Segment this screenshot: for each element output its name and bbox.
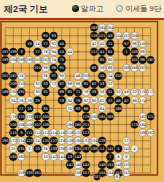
- black-stone[interactable]: 207: [1, 72, 9, 80]
- white-stone[interactable]: 130: [74, 137, 82, 145]
- move-number: 46: [76, 74, 81, 78]
- white-stone[interactable]: 68: [131, 97, 139, 105]
- move-number: 42: [92, 42, 97, 46]
- white-stone[interactable]: 176: [10, 113, 18, 121]
- white-stone[interactable]: 120: [74, 129, 82, 137]
- white-stone[interactable]: 128: [66, 137, 74, 145]
- white-stone[interactable]: 30: [34, 88, 42, 96]
- white-stone[interactable]: 40: [98, 40, 106, 48]
- black-stone[interactable]: 51: [106, 88, 114, 96]
- black-stone[interactable]: 203: [115, 72, 123, 80]
- black-stone[interactable]: 129: [98, 137, 106, 145]
- black-stone[interactable]: 189: [1, 88, 9, 96]
- white-stone[interactable]: 80: [90, 97, 98, 105]
- white-stone[interactable]: 110: [34, 129, 42, 137]
- move-number: 13: [68, 155, 73, 159]
- black-stone[interactable]: 75: [58, 56, 65, 64]
- move-number: 136: [58, 147, 66, 151]
- move-number: 78: [84, 90, 89, 94]
- black-stone[interactable]: 175: [18, 113, 26, 121]
- black-stone[interactable]: 47: [123, 97, 130, 105]
- white-stone[interactable]: 100: [139, 40, 147, 48]
- move-number: 28: [27, 99, 32, 103]
- white-stone[interactable]: 74: [50, 56, 58, 64]
- black-stone[interactable]: 69: [82, 105, 90, 113]
- move-number: 15: [59, 50, 64, 54]
- move-number: 139: [91, 147, 99, 151]
- black-stone[interactable]: 147: [66, 161, 74, 169]
- go-board[interactable]: 1234567891011121314151617181920212223242…: [0, 20, 164, 182]
- white-stone[interactable]: 168: [123, 64, 131, 72]
- move-number: 210: [18, 82, 26, 86]
- black-stone[interactable]: 87: [58, 80, 65, 88]
- white-stone[interactable]: 90: [58, 72, 65, 80]
- move-number: 121: [99, 34, 106, 38]
- black-stone[interactable]: 43: [106, 32, 114, 40]
- move-number: 141: [107, 147, 114, 151]
- white-stone[interactable]: 182: [139, 113, 147, 121]
- move-number: 149: [99, 163, 107, 167]
- move-number: 30: [35, 90, 40, 94]
- white-stone[interactable]: 124: [18, 137, 26, 145]
- move-number: 206: [131, 34, 139, 38]
- white-stone[interactable]: 182: [114, 174, 121, 180]
- move-number: 148: [115, 163, 123, 167]
- move-number: 72: [51, 82, 56, 86]
- black-stone[interactable]: 199: [10, 48, 18, 56]
- white-stone[interactable]: 94: [50, 48, 58, 56]
- black-stone[interactable]: 79: [74, 97, 82, 105]
- move-number: 92: [51, 42, 56, 46]
- white-stone[interactable]: 164: [98, 24, 106, 32]
- white-stone[interactable]: 106: [18, 121, 26, 129]
- move-number: 177: [34, 115, 41, 119]
- move-number: 200: [34, 58, 42, 62]
- white-stone[interactable]: 104: [115, 32, 123, 40]
- black-stone[interactable]: 1: [123, 48, 130, 56]
- white-stone[interactable]: 58: [98, 64, 106, 72]
- black-stone[interactable]: 7: [106, 153, 114, 161]
- black-stone[interactable]: 119: [90, 32, 98, 40]
- kifu-header: 제2국 기보 알파고 이세돌 9단: [0, 0, 164, 18]
- white-stone[interactable]: 148: [115, 161, 123, 169]
- white-stone[interactable]: 162: [139, 64, 147, 72]
- black-stone[interactable]: 39: [50, 64, 58, 72]
- black-stone[interactable]: 127: [50, 137, 58, 145]
- black-stone[interactable]: 121: [98, 32, 106, 40]
- black-stone[interactable]: 133: [50, 145, 58, 153]
- black-stone[interactable]: 67: [90, 80, 98, 88]
- white-stone[interactable]: 138: [66, 145, 74, 153]
- white-stone[interactable]: 202: [42, 56, 50, 64]
- white-stone[interactable]: 174: [139, 97, 147, 105]
- white-stone[interactable]: 132: [82, 137, 90, 145]
- white-stone[interactable]: 198: [26, 56, 34, 64]
- black-stone[interactable]: 123: [26, 137, 34, 145]
- black-stone[interactable]: 73: [58, 97, 65, 105]
- black-stone[interactable]: 187: [10, 72, 17, 80]
- move-number: 133: [50, 147, 57, 151]
- move-number: 170: [139, 90, 147, 94]
- black-stone[interactable]: 65: [98, 56, 106, 64]
- black-stone[interactable]: 93: [50, 32, 58, 40]
- white-stone[interactable]: 46: [74, 72, 82, 80]
- move-number: 7: [109, 155, 111, 159]
- white-stone[interactable]: 24: [34, 137, 42, 145]
- white-stone[interactable]: 188: [139, 129, 147, 137]
- move-number: 18: [19, 99, 24, 103]
- white-stone[interactable]: 122: [10, 137, 17, 145]
- white-stone[interactable]: 60: [106, 56, 114, 64]
- black-stone[interactable]: 125: [42, 137, 50, 145]
- move-number: 37: [51, 74, 56, 78]
- move-number: 183: [107, 115, 114, 119]
- black-stone[interactable]: 77: [42, 40, 50, 48]
- white-stone[interactable]: 2: [26, 145, 34, 153]
- move-number: 29: [35, 99, 40, 103]
- black-stone[interactable]: 163: [90, 24, 98, 32]
- black-stone[interactable]: 183: [106, 113, 114, 121]
- white-stone[interactable]: 66: [106, 64, 114, 72]
- move-number: 174: [139, 99, 147, 103]
- black-stone[interactable]: 53: [98, 80, 106, 88]
- move-number: 185: [74, 123, 81, 127]
- move-number: 192: [147, 131, 154, 135]
- black-stone[interactable]: 193: [1, 56, 9, 64]
- white-stone[interactable]: 86: [74, 80, 82, 88]
- white-stone[interactable]: 10: [42, 153, 50, 161]
- white-stone[interactable]: 88: [66, 80, 74, 88]
- move-number: 101: [131, 58, 138, 62]
- black-stone[interactable]: 195: [1, 137, 9, 145]
- black-stone[interactable]: 59: [90, 88, 98, 96]
- move-number: 79: [76, 99, 81, 103]
- white-stone[interactable]: 134: [90, 137, 98, 145]
- white-stone[interactable]: 56: [98, 88, 106, 96]
- black-stone[interactable]: 105: [10, 121, 17, 129]
- white-stone[interactable]: 150: [123, 161, 131, 169]
- move-number: 16: [19, 74, 24, 78]
- move-number: 44: [68, 50, 73, 54]
- white-stone[interactable]: 48: [123, 88, 130, 96]
- white-stone[interactable]: 208: [82, 72, 90, 80]
- white-stone[interactable]: 34: [10, 97, 17, 105]
- move-number: 128: [66, 139, 74, 143]
- white-stone[interactable]: 126: [58, 137, 66, 145]
- white-stone[interactable]: 20: [10, 145, 17, 153]
- black-stone[interactable]: 63: [90, 64, 98, 72]
- black-stone[interactable]: 95: [42, 32, 50, 40]
- move-number: 41: [100, 50, 105, 54]
- white-stone[interactable]: 8: [123, 153, 130, 161]
- white-stone[interactable]: 52: [106, 80, 114, 88]
- white-stone[interactable]: 42: [90, 40, 98, 48]
- white-stone[interactable]: 102: [123, 32, 130, 40]
- white-stone[interactable]: 204: [106, 24, 114, 32]
- white-stone[interactable]: 72: [50, 80, 58, 88]
- black-stone[interactable]: 103: [131, 48, 139, 56]
- black-stone[interactable]: 191: [18, 88, 26, 96]
- black-stone[interactable]: 205: [42, 113, 50, 121]
- white-stone[interactable]: 166: [131, 64, 139, 72]
- black-stone[interactable]: 25: [26, 105, 34, 113]
- black-stone[interactable]: 171: [147, 113, 155, 121]
- move-number: 59: [92, 90, 97, 94]
- move-number: 176: [10, 115, 18, 119]
- black-stone[interactable]: 111: [26, 129, 34, 137]
- white-stone[interactable]: 108: [26, 121, 34, 129]
- black-stone[interactable]: 209: [10, 80, 18, 88]
- white-stone[interactable]: 4: [131, 145, 139, 153]
- move-number: 53: [100, 82, 105, 86]
- black-stone[interactable]: 37: [50, 72, 58, 80]
- move-number: 57: [108, 99, 113, 103]
- black-stone[interactable]: 109: [42, 121, 50, 129]
- white-stone[interactable]: 116: [58, 129, 66, 137]
- black-stone[interactable]: 19: [26, 40, 34, 48]
- move-number: 124: [18, 139, 26, 143]
- move-number: 125: [42, 139, 49, 143]
- black-stone[interactable]: 157: [82, 169, 90, 177]
- move-number: 111: [26, 131, 33, 135]
- black-stone[interactable]: 181: [98, 113, 106, 121]
- black-player-name: 알파고: [81, 4, 104, 13]
- white-stone[interactable]: 26: [42, 145, 50, 153]
- move-number: 91: [59, 66, 64, 70]
- black-stone[interactable]: 61: [106, 48, 114, 56]
- black-stone[interactable]: 3: [18, 48, 26, 56]
- black-stone[interactable]: 207: [94, 174, 101, 180]
- move-number: 171: [147, 115, 154, 119]
- black-stone[interactable]: 197: [1, 48, 9, 56]
- white-stone[interactable]: 78: [82, 88, 90, 96]
- white-stone[interactable]: 210: [18, 80, 26, 88]
- black-stone[interactable]: 141: [106, 145, 114, 153]
- white-stone[interactable]: 170: [139, 88, 147, 96]
- move-number: 88: [68, 82, 73, 86]
- white-stone[interactable]: 54: [106, 72, 114, 80]
- white-stone[interactable]: 160: [18, 153, 26, 161]
- black-stone[interactable]: 27: [18, 105, 26, 113]
- black-stone[interactable]: 71: [74, 88, 82, 96]
- black-stone[interactable]: 13: [66, 153, 74, 161]
- black-stone[interactable]: 15: [58, 48, 65, 56]
- move-number: 71: [76, 90, 81, 94]
- white-stone[interactable]: 178: [26, 113, 34, 121]
- white-stone[interactable]: 140: [123, 145, 131, 153]
- move-number: 207: [94, 175, 101, 179]
- white-stone[interactable]: 112: [42, 129, 50, 137]
- black-stone[interactable]: 177: [34, 113, 42, 121]
- black-stone[interactable]: 45: [58, 40, 65, 48]
- move-number: 137: [83, 147, 90, 151]
- white-stone[interactable]: 194: [10, 56, 18, 64]
- black-stone[interactable]: 145: [82, 161, 90, 169]
- white-stone[interactable]: 6: [115, 153, 123, 161]
- white-stone[interactable]: 76: [42, 48, 50, 56]
- move-number: 47: [124, 99, 129, 103]
- white-stone[interactable]: 36: [42, 72, 50, 80]
- move-number: 187: [10, 74, 17, 78]
- black-stone[interactable]: 55: [98, 72, 106, 80]
- black-stone[interactable]: 31: [42, 88, 50, 96]
- move-number: 95: [43, 34, 48, 38]
- white-stone[interactable]: 22: [131, 88, 139, 96]
- black-stone[interactable]: 5: [115, 145, 123, 153]
- white-stone[interactable]: 114: [50, 129, 58, 137]
- black-stone[interactable]: 107: [34, 121, 42, 129]
- black-stone[interactable]: 167: [147, 56, 155, 64]
- white-stone[interactable]: 136: [58, 145, 66, 153]
- move-number: 167: [147, 58, 154, 62]
- black-stone[interactable]: 211: [82, 121, 90, 129]
- white-stone[interactable]: 206: [131, 32, 139, 40]
- move-number: 130: [74, 139, 82, 143]
- white-stone[interactable]: 142: [50, 153, 58, 161]
- black-stone[interactable]: 179: [82, 113, 90, 121]
- black-stone[interactable]: 17: [34, 48, 42, 56]
- black-stone[interactable]: 91: [58, 64, 65, 72]
- white-stone[interactable]: 200: [34, 56, 42, 64]
- white-stone[interactable]: 146: [74, 161, 82, 169]
- white-stone[interactable]: 96: [131, 40, 139, 48]
- move-number: 17: [35, 50, 40, 54]
- black-stone[interactable]: 143: [74, 153, 82, 161]
- move-number: 158: [18, 171, 26, 175]
- white-stone[interactable]: 12: [123, 137, 130, 145]
- move-number: 3: [20, 50, 22, 54]
- black-stone[interactable]: 135: [74, 145, 82, 153]
- black-stone[interactable]: 85: [66, 88, 74, 96]
- move-number: 197: [2, 50, 9, 54]
- black-stone[interactable]: 21: [106, 40, 114, 48]
- black-stone[interactable]: 115: [10, 129, 17, 137]
- white-stone[interactable]: 44: [66, 48, 74, 56]
- black-stone[interactable]: 131: [18, 145, 26, 153]
- white-stone[interactable]: 70: [66, 105, 74, 113]
- black-stone[interactable]: 89: [58, 88, 65, 96]
- white-stone[interactable]: 192: [147, 129, 155, 137]
- white-stone[interactable]: 28: [26, 97, 34, 105]
- move-number: 116: [58, 131, 66, 135]
- move-number: 39: [51, 66, 56, 70]
- white-stone[interactable]: 98: [139, 48, 147, 56]
- white-stone[interactable]: 186: [66, 121, 74, 129]
- black-stone[interactable]: 57: [106, 97, 114, 105]
- white-stone[interactable]: 180: [90, 113, 98, 121]
- black-stone[interactable]: 83: [74, 105, 82, 113]
- white-stone[interactable]: 144: [58, 153, 66, 161]
- move-number: 96: [132, 42, 137, 46]
- black-stone[interactable]: 81: [82, 80, 90, 88]
- move-number: 82: [84, 99, 89, 103]
- white-stone[interactable]: 64: [98, 105, 106, 113]
- kifu-title: 제2국 기보: [4, 3, 48, 16]
- white-stone[interactable]: 18: [18, 97, 26, 105]
- black-stone[interactable]: 29: [34, 97, 42, 105]
- black-stone[interactable]: 41: [98, 48, 106, 56]
- black-stone[interactable]: 151: [106, 161, 114, 169]
- black-stone[interactable]: 101: [131, 56, 139, 64]
- white-stone[interactable]: 16: [18, 72, 26, 80]
- black-stone[interactable]: 33: [42, 80, 50, 88]
- move-number: 35: [43, 107, 48, 111]
- black-stone[interactable]: 35: [42, 105, 50, 113]
- white-stone[interactable]: 82: [82, 97, 90, 105]
- white-stone[interactable]: 62: [98, 97, 106, 105]
- move-number: 106: [18, 123, 26, 127]
- black-stone[interactable]: 169: [115, 105, 123, 113]
- black-stone[interactable]: 161: [34, 169, 42, 177]
- white-stone[interactable]: 190: [10, 88, 18, 96]
- black-stone[interactable]: 97: [123, 40, 130, 48]
- move-number: 83: [76, 107, 81, 111]
- black-stone[interactable]: 201: [34, 64, 42, 72]
- move-number: 198: [26, 58, 34, 62]
- move-number: 40: [100, 42, 105, 46]
- move-number: 22: [132, 90, 137, 94]
- move-number: 129: [99, 139, 107, 143]
- move-number: 38: [43, 66, 48, 70]
- black-stone[interactable]: 23: [34, 145, 42, 153]
- white-stone[interactable]: 84: [66, 97, 74, 105]
- move-number: 180: [91, 115, 99, 119]
- move-number: 178: [26, 115, 34, 119]
- move-number: 26: [43, 147, 48, 151]
- move-number: 10: [43, 155, 48, 159]
- move-number: 81: [84, 82, 89, 86]
- black-stone[interactable]: 185: [74, 121, 82, 129]
- move-number: 196: [18, 58, 26, 62]
- move-number: 188: [139, 131, 147, 135]
- black-stone[interactable]: 149: [98, 161, 106, 169]
- black-stone[interactable]: 99: [139, 56, 147, 64]
- black-stone[interactable]: 117: [90, 48, 98, 56]
- move-number: 160: [18, 155, 26, 159]
- white-stone[interactable]: 92: [50, 40, 58, 48]
- white-stone[interactable]: 50: [115, 88, 123, 96]
- move-number: 150: [123, 163, 131, 167]
- move-number: 132: [83, 139, 90, 143]
- white-stone[interactable]: 172: [147, 88, 155, 96]
- move-number: 190: [10, 90, 18, 94]
- black-stone-icon: [72, 5, 79, 12]
- white-stone[interactable]: 38: [42, 64, 50, 72]
- move-number: 58: [100, 66, 105, 70]
- move-number: 34: [11, 99, 16, 103]
- white-stone[interactable]: 184: [139, 121, 147, 129]
- move-number: 108: [26, 123, 34, 127]
- white-stone[interactable]: 118: [66, 129, 74, 137]
- black-stone[interactable]: 137: [82, 145, 90, 153]
- black-stone[interactable]: 49: [115, 97, 123, 105]
- black-stone[interactable]: 113: [82, 129, 90, 137]
- black-stone[interactable]: 165: [10, 153, 17, 161]
- white-stone[interactable]: 196: [18, 56, 26, 64]
- black-stone[interactable]: 173: [131, 121, 139, 129]
- move-number: 184: [139, 123, 147, 127]
- move-number: 2: [28, 147, 30, 151]
- white-stone[interactable]: 14: [34, 40, 42, 48]
- white-stone[interactable]: 32: [34, 80, 42, 88]
- black-stone[interactable]: 139: [90, 145, 98, 153]
- black-stone[interactable]: 11: [98, 145, 106, 153]
- white-stone[interactable]: 152: [123, 169, 130, 177]
- move-number: 182: [139, 115, 146, 119]
- black-stone[interactable]: 9: [18, 129, 26, 137]
- move-number: 73: [59, 99, 64, 103]
- move-number: 189: [2, 90, 10, 94]
